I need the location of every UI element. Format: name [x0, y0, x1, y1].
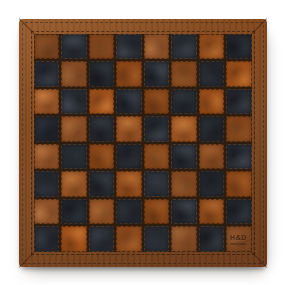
square-f3 — [171, 171, 197, 197]
square-g6 — [199, 89, 225, 115]
square-d1 — [116, 226, 142, 252]
square-e8 — [144, 34, 170, 60]
board-squares: H&D — [34, 34, 252, 252]
miter-seam-top-left — [18, 18, 34, 34]
square-b6 — [61, 89, 87, 115]
square-c3 — [89, 171, 115, 197]
square-h4 — [226, 144, 252, 170]
brand-stamp: H&D — [230, 234, 247, 245]
square-c4 — [89, 144, 115, 170]
square-b1 — [61, 226, 87, 252]
square-e7 — [144, 61, 170, 87]
square-f8 — [171, 34, 197, 60]
square-a1 — [34, 226, 60, 252]
square-f5 — [171, 116, 197, 142]
square-a6 — [34, 89, 60, 115]
square-c5 — [89, 116, 115, 142]
chess-board: H&D — [19, 19, 267, 267]
square-f7 — [171, 61, 197, 87]
square-f1 — [171, 226, 197, 252]
square-g8 — [199, 34, 225, 60]
square-g3 — [199, 171, 225, 197]
square-a5 — [34, 116, 60, 142]
square-d5 — [116, 116, 142, 142]
square-b8 — [61, 34, 87, 60]
square-b4 — [61, 144, 87, 170]
square-e5 — [144, 116, 170, 142]
square-h8 — [226, 34, 252, 60]
square-f2 — [171, 199, 197, 225]
square-b3 — [61, 171, 87, 197]
square-g1 — [199, 226, 225, 252]
miter-seam-top-right — [250, 18, 266, 34]
square-e4 — [144, 144, 170, 170]
square-e2 — [144, 199, 170, 225]
square-c8 — [89, 34, 115, 60]
product-photo-scene: H&D — [0, 0, 285, 285]
square-g2 — [199, 199, 225, 225]
square-b7 — [61, 61, 87, 87]
square-e1 — [144, 226, 170, 252]
square-g5 — [199, 116, 225, 142]
square-c1 — [89, 226, 115, 252]
brand-stamp-subline — [230, 243, 246, 245]
square-e6 — [144, 89, 170, 115]
square-b5 — [61, 116, 87, 142]
square-f4 — [171, 144, 197, 170]
square-c7 — [89, 61, 115, 87]
square-h1: H&D — [226, 226, 252, 252]
square-h6 — [226, 89, 252, 115]
square-c6 — [89, 89, 115, 115]
square-d6 — [116, 89, 142, 115]
square-d7 — [116, 61, 142, 87]
square-a4 — [34, 144, 60, 170]
square-g7 — [199, 61, 225, 87]
square-a8 — [34, 34, 60, 60]
square-h5 — [226, 116, 252, 142]
miter-seam-bottom-right — [250, 251, 266, 267]
square-h3 — [226, 171, 252, 197]
square-d4 — [116, 144, 142, 170]
square-d8 — [116, 34, 142, 60]
brand-stamp-text: H&D — [230, 234, 247, 241]
square-a3 — [34, 171, 60, 197]
square-f6 — [171, 89, 197, 115]
square-e3 — [144, 171, 170, 197]
square-a2 — [34, 199, 60, 225]
square-a7 — [34, 61, 60, 87]
square-c2 — [89, 199, 115, 225]
miter-seam-bottom-left — [18, 251, 34, 267]
square-g4 — [199, 144, 225, 170]
square-d2 — [116, 199, 142, 225]
square-d3 — [116, 171, 142, 197]
square-h7 — [226, 61, 252, 87]
square-b2 — [61, 199, 87, 225]
square-h2 — [226, 199, 252, 225]
